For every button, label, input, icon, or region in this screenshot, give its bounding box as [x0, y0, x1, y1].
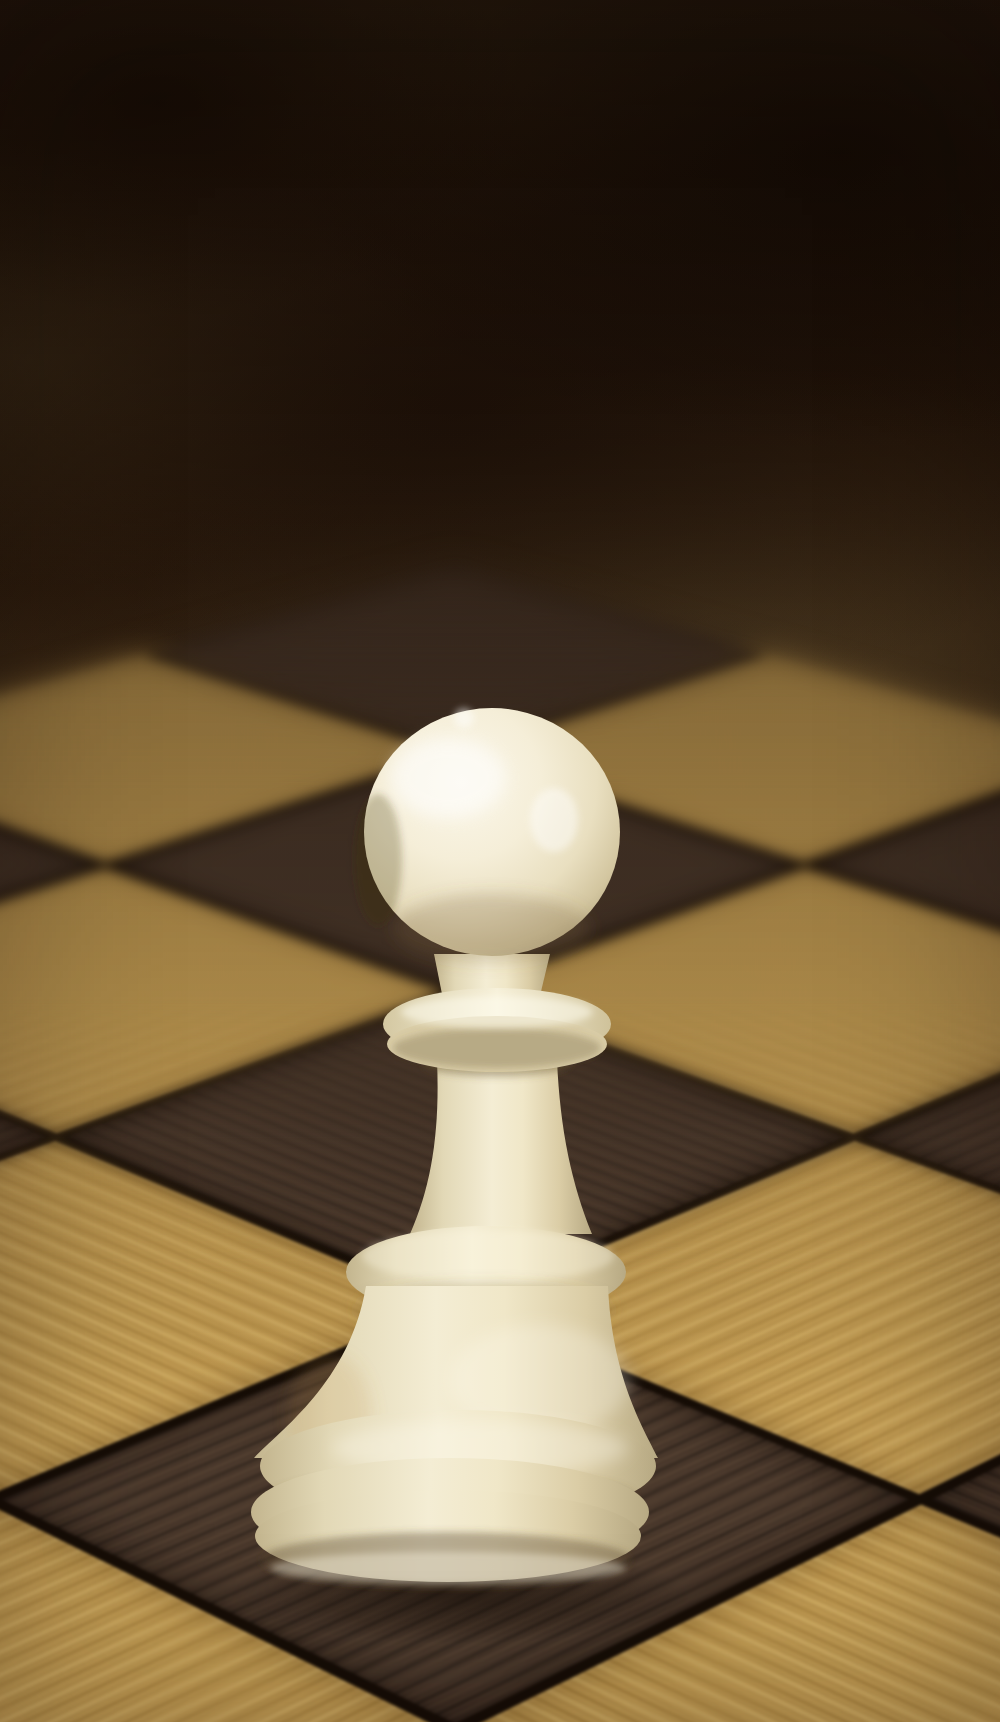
white-pawn[interactable]: [180, 660, 740, 1620]
pawn-collar: [383, 988, 611, 1072]
pawn-base: [251, 1410, 656, 1588]
pawn-head: [354, 708, 620, 962]
pawn-neck: [410, 1051, 592, 1234]
chessboard-photo: ♙: [0, 0, 1000, 1722]
